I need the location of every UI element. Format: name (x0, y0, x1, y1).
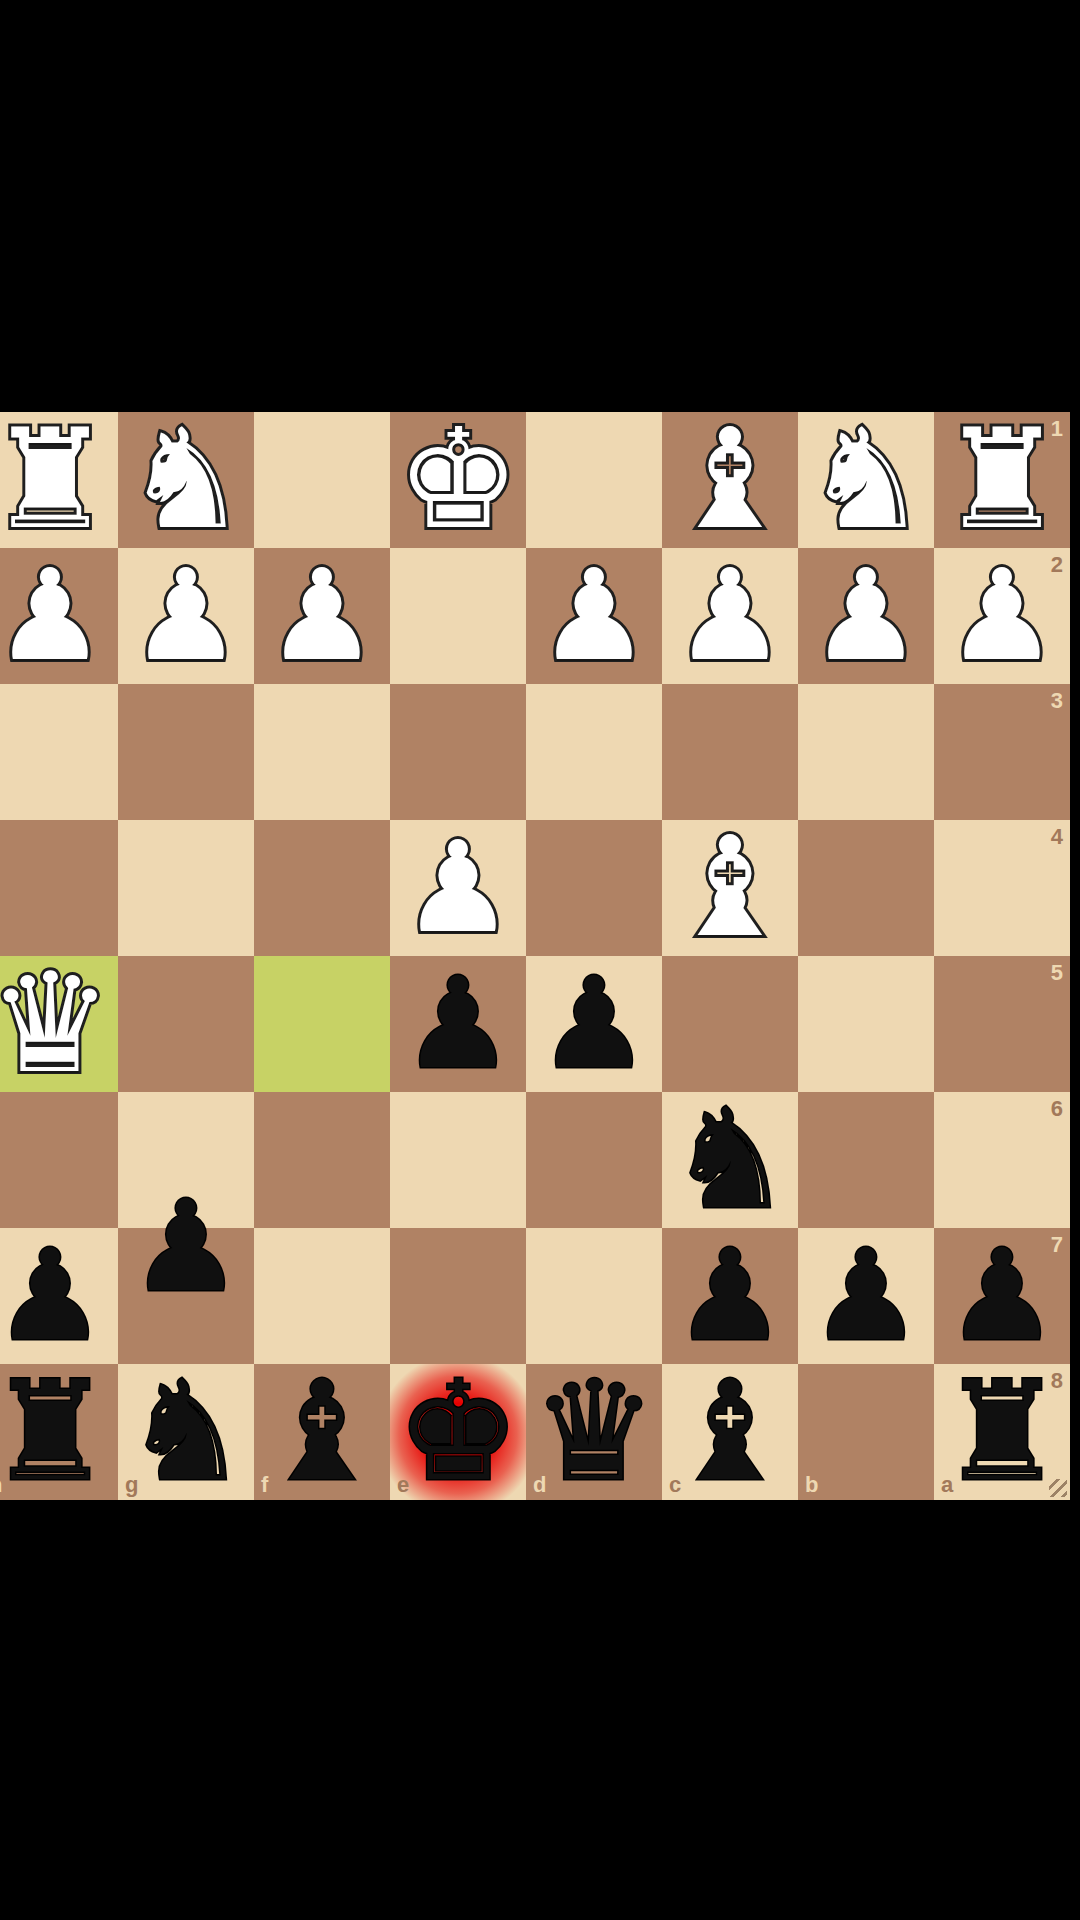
file-label-d: d (533, 1472, 546, 1498)
square-g8[interactable]: g♞ (118, 1364, 254, 1500)
square-d4[interactable] (526, 820, 662, 956)
square-b6[interactable] (798, 1092, 934, 1228)
square-d2[interactable]: ♟ (526, 548, 662, 684)
square-c7[interactable]: ♟ (662, 1228, 798, 1364)
square-d6[interactable] (526, 1092, 662, 1228)
square-e4[interactable]: ♟ (390, 820, 526, 956)
black-bishop[interactable]: ♝ (662, 1364, 798, 1500)
square-h4[interactable] (0, 820, 118, 956)
square-e3[interactable] (390, 684, 526, 820)
white-king[interactable]: ♚ (390, 412, 526, 548)
square-e5[interactable]: ♟ (390, 956, 526, 1092)
square-g5[interactable] (118, 956, 254, 1092)
white-pawn[interactable]: ♟ (118, 548, 254, 684)
file-label-b: b (805, 1472, 818, 1498)
square-h1[interactable]: ♜ (0, 412, 118, 548)
white-pawn[interactable]: ♟ (526, 548, 662, 684)
black-bishop[interactable]: ♝ (254, 1364, 390, 1500)
square-c4[interactable]: ♝ (662, 820, 798, 956)
square-a5[interactable]: 5 (934, 956, 1070, 1092)
black-pawn[interactable]: ♟ (934, 1228, 1070, 1364)
file-label-e: e (397, 1472, 409, 1498)
square-g3[interactable] (118, 684, 254, 820)
square-a4[interactable]: 4 (934, 820, 1070, 956)
file-label-h: h (0, 1472, 2, 1498)
chess-board: ♜♞♚♝♞1♜♟♟♟♟♟♟2♟3♟♝4♛♟♟5♞6♟♟♟♟7♟h♜g♞f♝e♚d… (0, 412, 1070, 1500)
rank-label-6: 6 (1051, 1096, 1063, 1122)
rank-label-2: 2 (1051, 552, 1063, 578)
square-b8[interactable]: b (798, 1364, 934, 1500)
square-e1[interactable]: ♚ (390, 412, 526, 548)
square-d1[interactable] (526, 412, 662, 548)
square-b4[interactable] (798, 820, 934, 956)
file-label-f: f (261, 1472, 268, 1498)
square-d5[interactable]: ♟ (526, 956, 662, 1092)
board-resize-handle-icon[interactable] (1049, 1479, 1067, 1497)
rank-label-5: 5 (1051, 960, 1063, 986)
square-a1[interactable]: 1♜ (934, 412, 1070, 548)
square-g1[interactable]: ♞ (118, 412, 254, 548)
square-c2[interactable]: ♟ (662, 548, 798, 684)
black-rook[interactable]: ♜ (0, 1364, 118, 1500)
square-e6[interactable] (390, 1092, 526, 1228)
white-rook[interactable]: ♜ (934, 412, 1070, 548)
white-pawn[interactable]: ♟ (0, 548, 118, 684)
square-f5[interactable] (254, 956, 390, 1092)
square-b1[interactable]: ♞ (798, 412, 934, 548)
black-pawn[interactable]: ♟ (390, 956, 526, 1092)
white-pawn[interactable]: ♟ (390, 820, 526, 956)
square-h6[interactable] (0, 1092, 118, 1228)
square-f4[interactable] (254, 820, 390, 956)
square-a7[interactable]: 7♟ (934, 1228, 1070, 1364)
white-knight[interactable]: ♞ (118, 412, 254, 548)
square-g4[interactable] (118, 820, 254, 956)
rank-label-7: 7 (1051, 1232, 1063, 1258)
square-e7[interactable] (390, 1228, 526, 1364)
square-c6[interactable]: ♞ (662, 1092, 798, 1228)
square-c8[interactable]: c♝ (662, 1364, 798, 1500)
black-pawn[interactable]: ♟ (798, 1228, 934, 1364)
black-pawn[interactable]: ♟ (662, 1228, 798, 1364)
file-label-g: g (125, 1472, 138, 1498)
black-pawn[interactable]: ♟ (0, 1228, 118, 1364)
square-g7[interactable]: ♟ (118, 1228, 254, 1364)
square-d7[interactable] (526, 1228, 662, 1364)
square-h8[interactable]: h♜ (0, 1364, 118, 1500)
rank-label-8: 8 (1051, 1368, 1063, 1394)
square-c5[interactable] (662, 956, 798, 1092)
square-f7[interactable] (254, 1228, 390, 1364)
square-f6[interactable] (254, 1092, 390, 1228)
white-queen[interactable]: ♛ (0, 956, 118, 1092)
white-bishop[interactable]: ♝ (662, 412, 798, 548)
square-c3[interactable] (662, 684, 798, 820)
white-rook[interactable]: ♜ (0, 412, 118, 548)
white-pawn[interactable]: ♟ (934, 548, 1070, 684)
square-f8[interactable]: f♝ (254, 1364, 390, 1500)
square-f2[interactable]: ♟ (254, 548, 390, 684)
square-h7[interactable]: ♟ (0, 1228, 118, 1364)
black-knight[interactable]: ♞ (662, 1092, 798, 1228)
black-pawn[interactable]: ♟ (118, 1179, 254, 1315)
file-label-c: c (669, 1472, 681, 1498)
square-e2[interactable] (390, 548, 526, 684)
square-b2[interactable]: ♟ (798, 548, 934, 684)
square-f3[interactable] (254, 684, 390, 820)
square-h3[interactable] (0, 684, 118, 820)
square-a3[interactable]: 3 (934, 684, 1070, 820)
white-knight[interactable]: ♞ (798, 412, 934, 548)
square-h2[interactable]: ♟ (0, 548, 118, 684)
square-g2[interactable]: ♟ (118, 548, 254, 684)
file-label-a: a (941, 1472, 953, 1498)
square-c1[interactable]: ♝ (662, 412, 798, 548)
square-a2[interactable]: 2♟ (934, 548, 1070, 684)
rank-label-1: 1 (1051, 416, 1063, 442)
square-f1[interactable] (254, 412, 390, 548)
square-e8[interactable]: e♚ (390, 1364, 526, 1500)
white-pawn[interactable]: ♟ (662, 548, 798, 684)
square-d3[interactable] (526, 684, 662, 820)
square-b7[interactable]: ♟ (798, 1228, 934, 1364)
black-king[interactable]: ♚ (390, 1364, 526, 1500)
white-bishop[interactable]: ♝ (662, 820, 798, 956)
square-b5[interactable] (798, 956, 934, 1092)
square-d8[interactable]: d♛ (526, 1364, 662, 1500)
black-pawn[interactable]: ♟ (526, 956, 662, 1092)
white-pawn[interactable]: ♟ (254, 548, 390, 684)
square-h5[interactable]: ♛ (0, 956, 118, 1092)
rank-label-4: 4 (1051, 824, 1063, 850)
app-screen: ♜♞♚♝♞1♜♟♟♟♟♟♟2♟3♟♝4♛♟♟5♞6♟♟♟♟7♟h♜g♞f♝e♚d… (0, 0, 1080, 1920)
square-b3[interactable] (798, 684, 934, 820)
square-a6[interactable]: 6 (934, 1092, 1070, 1228)
white-pawn[interactable]: ♟ (798, 548, 934, 684)
rank-label-3: 3 (1051, 688, 1063, 714)
